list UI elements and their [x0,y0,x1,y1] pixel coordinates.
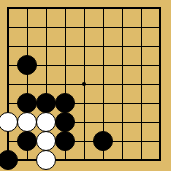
white-stone[interactable] [0,112,18,132]
star-point [82,82,86,86]
white-stone[interactable] [36,131,56,151]
black-stone[interactable] [17,93,37,113]
white-stone[interactable] [17,112,37,132]
black-stone[interactable] [93,131,113,151]
white-stone[interactable] [36,150,56,170]
go-board[interactable] [0,0,171,171]
black-stone[interactable] [36,93,56,113]
black-stone[interactable] [55,131,75,151]
white-stone[interactable] [36,112,56,132]
black-stone[interactable] [55,112,75,132]
black-stone[interactable] [17,131,37,151]
black-stone[interactable] [0,150,18,170]
grid-line-vertical [159,7,161,161]
grid-line-vertical [141,7,142,161]
black-stone[interactable] [55,93,75,113]
grid-line-horizontal [7,159,161,161]
black-stone[interactable] [17,55,37,75]
grid-line-vertical [122,7,123,161]
